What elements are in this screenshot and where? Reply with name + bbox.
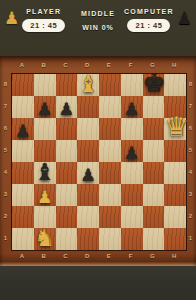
rank-label-3: 3 — [1, 183, 10, 205]
square-g2[interactable] — [143, 206, 165, 228]
footer-strip — [0, 266, 196, 300]
player-label: PLAYER — [26, 8, 61, 15]
square-c7[interactable]: ♟ — [56, 96, 78, 118]
square-g8[interactable]: ♚ — [143, 74, 165, 96]
square-a5[interactable] — [12, 140, 34, 162]
file-label-h: H — [163, 60, 185, 70]
file-label-b: B — [33, 60, 55, 70]
square-a7[interactable] — [12, 96, 34, 118]
rank-label-4: 4 — [186, 161, 195, 183]
white-knight-b1[interactable]: ♞ — [34, 227, 56, 250]
square-e2[interactable] — [99, 206, 121, 228]
player-pawn-icon: ♟ — [4, 10, 19, 27]
square-h2[interactable] — [164, 206, 186, 228]
square-f2[interactable] — [121, 206, 143, 228]
difficulty-panel: MIDDLE WIN 0% — [81, 10, 115, 31]
square-f7[interactable]: ♟ — [121, 96, 143, 118]
square-e8[interactable] — [99, 74, 121, 96]
black-bishop-b4[interactable]: ♝ — [34, 161, 56, 184]
square-c8[interactable] — [56, 74, 78, 96]
win-probability: WIN 0% — [82, 24, 114, 31]
square-g4[interactable] — [143, 162, 165, 184]
square-b7[interactable]: ♟ — [34, 96, 56, 118]
file-label-e: E — [98, 60, 120, 70]
square-h8[interactable] — [164, 74, 186, 96]
square-d3[interactable] — [77, 184, 99, 206]
file-label-a: A — [11, 251, 33, 261]
file-label-c: C — [55, 60, 77, 70]
rank-label-1: 1 — [186, 227, 195, 249]
square-c3[interactable] — [56, 184, 78, 206]
chess-board-frame: ABCDEFGH ABCDEFGH 87654321 87654321 ♝♚♟♟… — [0, 56, 196, 266]
file-label-d: D — [76, 251, 98, 261]
black-pawn-b7[interactable]: ♟ — [34, 101, 56, 118]
square-d8[interactable]: ♝ — [77, 74, 99, 96]
rank-label-2: 2 — [186, 205, 195, 227]
file-label-b: B — [33, 251, 55, 261]
square-a6[interactable]: ♟ — [12, 118, 34, 140]
square-a8[interactable] — [12, 74, 34, 96]
square-d6[interactable] — [77, 118, 99, 140]
square-a2[interactable] — [12, 206, 34, 228]
square-g1[interactable] — [143, 228, 165, 250]
computer-timer: 21 : 45 — [127, 19, 170, 32]
square-h4[interactable] — [164, 162, 186, 184]
file-label-f: F — [120, 251, 142, 261]
rank-label-5: 5 — [186, 139, 195, 161]
square-a4[interactable] — [12, 162, 34, 184]
square-a1[interactable] — [12, 228, 34, 250]
square-c1[interactable] — [56, 228, 78, 250]
rank-label-5: 5 — [1, 139, 10, 161]
square-e6[interactable] — [99, 118, 121, 140]
square-c5[interactable] — [56, 140, 78, 162]
square-g6[interactable] — [143, 118, 165, 140]
rank-label-3: 3 — [186, 183, 195, 205]
chess-app-screen: ♟ PLAYER 21 : 45 MIDDLE WIN 0% COMPUTER … — [0, 0, 196, 300]
black-king-g8[interactable]: ♚ — [143, 70, 165, 96]
game-header: ♟ PLAYER 21 : 45 MIDDLE WIN 0% COMPUTER … — [0, 0, 196, 56]
square-e7[interactable] — [99, 96, 121, 118]
square-c6[interactable] — [56, 118, 78, 140]
square-f5[interactable]: ♟ — [121, 140, 143, 162]
square-g3[interactable] — [143, 184, 165, 206]
file-label-e: E — [98, 251, 120, 261]
rank-label-7: 7 — [1, 95, 10, 117]
rank-labels-left: 87654321 — [1, 73, 10, 249]
rank-label-4: 4 — [1, 161, 10, 183]
square-h3[interactable] — [164, 184, 186, 206]
square-e4[interactable] — [99, 162, 121, 184]
square-d1[interactable] — [77, 228, 99, 250]
square-d5[interactable] — [77, 140, 99, 162]
black-pawn-f5[interactable]: ♟ — [121, 145, 143, 162]
square-f4[interactable] — [121, 162, 143, 184]
square-c2[interactable] — [56, 206, 78, 228]
chess-board: ♝♚♟♟♟♟♛♟♝♟♟♞ — [11, 73, 187, 251]
square-e3[interactable] — [99, 184, 121, 206]
rank-label-8: 8 — [186, 73, 195, 95]
file-label-d: D — [76, 60, 98, 70]
computer-label: COMPUTER — [124, 8, 174, 15]
square-f8[interactable] — [121, 74, 143, 96]
player-panel: ♟ PLAYER 21 : 45 — [4, 8, 68, 32]
square-e5[interactable] — [99, 140, 121, 162]
square-h1[interactable] — [164, 228, 186, 250]
square-f1[interactable] — [121, 228, 143, 250]
file-labels-bottom: ABCDEFGH — [11, 251, 185, 261]
square-a3[interactable] — [12, 184, 34, 206]
square-g7[interactable] — [143, 96, 165, 118]
white-pawn-b3[interactable]: ♟ — [34, 189, 56, 206]
square-f6[interactable] — [121, 118, 143, 140]
file-label-g: G — [142, 251, 164, 261]
square-h5[interactable] — [164, 140, 186, 162]
white-queen-h6[interactable]: ♛ — [164, 113, 186, 140]
square-d2[interactable] — [77, 206, 99, 228]
square-b3[interactable]: ♟ — [34, 184, 56, 206]
square-b6[interactable] — [34, 118, 56, 140]
file-label-f: F — [120, 60, 142, 70]
file-label-c: C — [55, 251, 77, 261]
difficulty-label: MIDDLE — [81, 10, 115, 17]
white-bishop-d8[interactable]: ♝ — [77, 73, 99, 96]
square-b4[interactable]: ♝ — [34, 162, 56, 184]
rank-labels-right: 87654321 — [186, 73, 195, 249]
square-h6[interactable]: ♛ — [164, 118, 186, 140]
square-d4[interactable]: ♟ — [77, 162, 99, 184]
square-e1[interactable] — [99, 228, 121, 250]
computer-panel: COMPUTER 21 : 45 ♟ — [121, 8, 192, 32]
rank-label-8: 8 — [1, 73, 10, 95]
square-b8[interactable] — [34, 74, 56, 96]
square-d7[interactable] — [77, 96, 99, 118]
black-pawn-f7[interactable]: ♟ — [121, 101, 143, 118]
black-pawn-c7[interactable]: ♟ — [56, 101, 78, 118]
square-b1[interactable]: ♞ — [34, 228, 56, 250]
computer-pawn-icon: ♟ — [177, 10, 192, 27]
black-pawn-d4[interactable]: ♟ — [77, 167, 99, 184]
rank-label-2: 2 — [1, 205, 10, 227]
square-f3[interactable] — [121, 184, 143, 206]
black-pawn-a6[interactable]: ♟ — [12, 123, 34, 140]
square-g5[interactable] — [143, 140, 165, 162]
file-label-h: H — [163, 251, 185, 261]
rank-label-1: 1 — [1, 227, 10, 249]
rank-label-6: 6 — [1, 117, 10, 139]
square-c4[interactable] — [56, 162, 78, 184]
player-timer: 21 : 45 — [22, 19, 65, 32]
file-label-a: A — [11, 60, 33, 70]
